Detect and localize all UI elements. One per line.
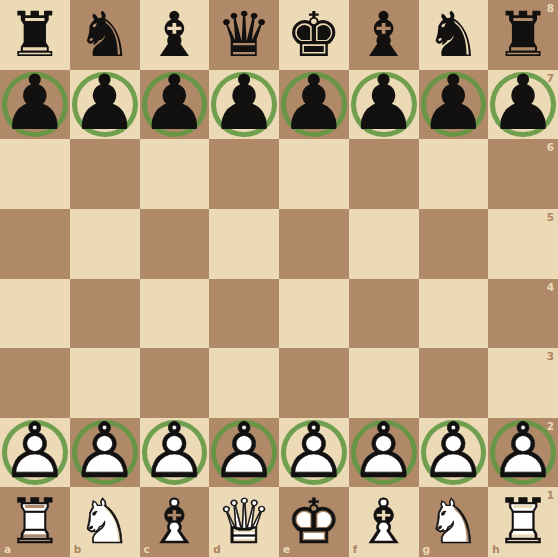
square-b1[interactable]: ♞♘b	[70, 487, 140, 557]
white-pawn-outline-icon: ♙	[488, 418, 558, 488]
white-rook-outline-icon: ♖	[0, 487, 70, 557]
piece-white-king[interactable]: ♚♔	[279, 487, 349, 557]
white-pawn-outline-icon: ♙	[349, 418, 419, 488]
square-h6[interactable]: 6	[488, 139, 558, 209]
piece-black-pawn[interactable]: ♟	[349, 70, 419, 140]
square-b7[interactable]: ♟	[70, 70, 140, 140]
square-h4[interactable]: 4	[488, 279, 558, 349]
black-pawn-icon: ♟	[0, 70, 70, 140]
square-a1[interactable]: ♜♖a	[0, 487, 70, 557]
black-pawn-icon: ♟	[209, 70, 279, 140]
square-c5[interactable]	[140, 209, 210, 279]
square-a5[interactable]	[0, 209, 70, 279]
square-c1[interactable]: ♝♗c	[140, 487, 210, 557]
chess-board: ♜♞♝♛♚♝♞♜8♟♟♟♟♟♟♟♟76543♟♙♟♙♟♙♟♙♟♙♟♙♟♙♟♙2♜…	[0, 0, 558, 557]
square-h5[interactable]: 5	[488, 209, 558, 279]
square-b5[interactable]	[70, 209, 140, 279]
square-f5[interactable]	[349, 209, 419, 279]
square-b4[interactable]	[70, 279, 140, 349]
square-e1[interactable]: ♚♔e	[279, 487, 349, 557]
square-d4[interactable]	[209, 279, 279, 349]
square-g7[interactable]: ♟	[419, 70, 489, 140]
square-g1[interactable]: ♞♘g	[419, 487, 489, 557]
white-pawn-outline-icon: ♙	[209, 418, 279, 488]
square-f1[interactable]: ♝♗f	[349, 487, 419, 557]
square-e5[interactable]	[279, 209, 349, 279]
square-a7[interactable]: ♟	[0, 70, 70, 140]
white-king-outline-icon: ♔	[279, 487, 349, 557]
square-d1[interactable]: ♛♕d	[209, 487, 279, 557]
square-e7[interactable]: ♟	[279, 70, 349, 140]
square-f7[interactable]: ♟	[349, 70, 419, 140]
piece-white-pawn[interactable]: ♟♙	[140, 418, 210, 488]
white-pawn-outline-icon: ♙	[279, 418, 349, 488]
rank-label-3: 3	[547, 350, 554, 362]
square-a6[interactable]	[0, 139, 70, 209]
square-g4[interactable]	[419, 279, 489, 349]
square-e6[interactable]	[279, 139, 349, 209]
white-pawn-outline-icon: ♙	[419, 418, 489, 488]
piece-white-knight[interactable]: ♞♘	[419, 487, 489, 557]
square-d6[interactable]	[209, 139, 279, 209]
white-knight-outline-icon: ♘	[419, 487, 489, 557]
piece-black-pawn[interactable]: ♟	[419, 70, 489, 140]
square-g5[interactable]	[419, 209, 489, 279]
piece-black-pawn[interactable]: ♟	[279, 70, 349, 140]
piece-white-pawn[interactable]: ♟♙	[488, 418, 558, 488]
square-d7[interactable]: ♟	[209, 70, 279, 140]
square-c4[interactable]	[140, 279, 210, 349]
white-bishop-outline-icon: ♗	[140, 487, 210, 557]
black-pawn-icon: ♟	[140, 70, 210, 140]
piece-white-bishop[interactable]: ♝♗	[140, 487, 210, 557]
square-e4[interactable]	[279, 279, 349, 349]
piece-black-pawn[interactable]: ♟	[209, 70, 279, 140]
piece-white-pawn[interactable]: ♟♙	[70, 418, 140, 488]
piece-white-pawn[interactable]: ♟♙	[0, 418, 70, 488]
square-d5[interactable]	[209, 209, 279, 279]
white-bishop-outline-icon: ♗	[349, 487, 419, 557]
square-f4[interactable]	[349, 279, 419, 349]
piece-white-pawn[interactable]: ♟♙	[279, 418, 349, 488]
white-pawn-outline-icon: ♙	[0, 418, 70, 488]
piece-white-pawn[interactable]: ♟♙	[349, 418, 419, 488]
piece-black-pawn[interactable]: ♟	[488, 70, 558, 140]
white-queen-outline-icon: ♕	[209, 487, 279, 557]
square-c6[interactable]	[140, 139, 210, 209]
square-c7[interactable]: ♟	[140, 70, 210, 140]
piece-white-rook[interactable]: ♜♖	[488, 487, 558, 557]
square-d2[interactable]: ♟♙	[209, 418, 279, 488]
square-g6[interactable]	[419, 139, 489, 209]
piece-white-pawn[interactable]: ♟♙	[209, 418, 279, 488]
piece-white-pawn[interactable]: ♟♙	[419, 418, 489, 488]
white-pawn-outline-icon: ♙	[140, 418, 210, 488]
piece-white-rook[interactable]: ♜♖	[0, 487, 70, 557]
rank-label-4: 4	[547, 281, 554, 293]
square-h1[interactable]: ♜♖1h	[488, 487, 558, 557]
square-c2[interactable]: ♟♙	[140, 418, 210, 488]
white-knight-outline-icon: ♘	[70, 487, 140, 557]
square-f2[interactable]: ♟♙	[349, 418, 419, 488]
square-a4[interactable]	[0, 279, 70, 349]
piece-white-knight[interactable]: ♞♘	[70, 487, 140, 557]
square-h7[interactable]: ♟7	[488, 70, 558, 140]
square-h2[interactable]: ♟♙2	[488, 418, 558, 488]
square-f6[interactable]	[349, 139, 419, 209]
square-a2[interactable]: ♟♙	[0, 418, 70, 488]
black-pawn-icon: ♟	[70, 70, 140, 140]
square-b2[interactable]: ♟♙	[70, 418, 140, 488]
white-rook-outline-icon: ♖	[488, 487, 558, 557]
piece-white-bishop[interactable]: ♝♗	[349, 487, 419, 557]
piece-black-pawn[interactable]: ♟	[0, 70, 70, 140]
rank-label-5: 5	[547, 211, 554, 223]
piece-black-pawn[interactable]: ♟	[70, 70, 140, 140]
square-g2[interactable]: ♟♙	[419, 418, 489, 488]
black-pawn-icon: ♟	[279, 70, 349, 140]
square-b6[interactable]	[70, 139, 140, 209]
white-pawn-outline-icon: ♙	[70, 418, 140, 488]
black-pawn-icon: ♟	[419, 70, 489, 140]
piece-black-pawn[interactable]: ♟	[140, 70, 210, 140]
piece-white-queen[interactable]: ♛♕	[209, 487, 279, 557]
black-pawn-icon: ♟	[488, 70, 558, 140]
square-e2[interactable]: ♟♙	[279, 418, 349, 488]
black-pawn-icon: ♟	[349, 70, 419, 140]
